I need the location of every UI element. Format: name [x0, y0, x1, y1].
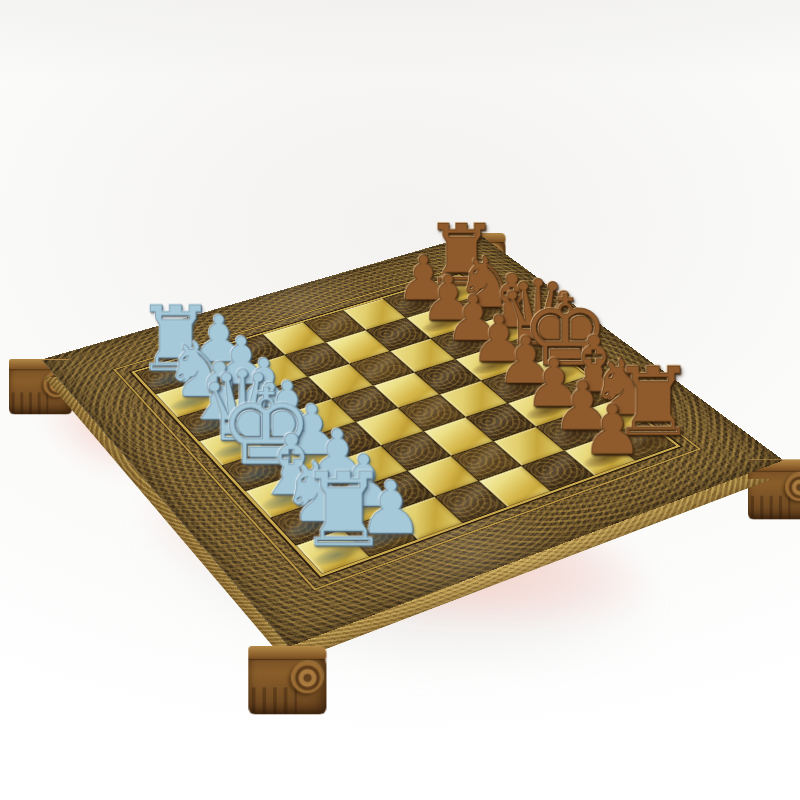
- piece-black-pawn[interactable]: ♟: [560, 346, 664, 465]
- board-leg-near: [248, 646, 326, 715]
- chessboard: ♜♟♟♜♞♟♟♞♝♟♟♝♛♟♟♛♚♟♟♚♝♟♟♝♞♟♟♞♜♟♟♜: [41, 233, 783, 647]
- photo-background: ♜♟♟♜♞♟♟♞♝♟♟♝♛♟♟♛♚♟♟♚♝♟♟♝♞♟♟♞♜♟♟♜: [0, 0, 800, 800]
- scene: ♜♟♟♜♞♟♟♞♝♟♟♝♛♟♟♛♚♟♟♚♝♟♟♝♞♟♟♞♜♟♟♜: [0, 0, 800, 800]
- board-frame: ♜♟♟♜♞♟♟♞♝♟♟♝♛♟♟♛♚♟♟♚♝♟♟♝♞♟♟♞♜♟♟♜: [41, 233, 783, 647]
- board-leg-right: [748, 459, 800, 519]
- piece-white-rook[interactable]: ♜: [288, 435, 400, 563]
